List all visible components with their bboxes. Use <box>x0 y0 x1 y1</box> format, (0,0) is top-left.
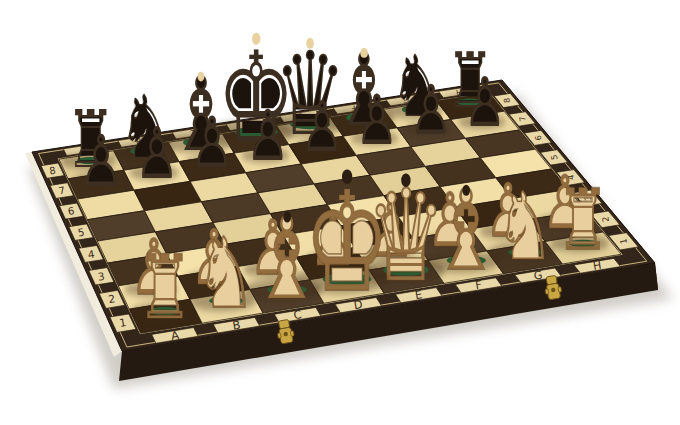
chess-board: 1122334455667788AABBCCDDEEFFGGHH <box>0 0 680 425</box>
wooden-chess-set-photo: 1122334455667788AABBCCDDEEFFGGHH ♜♖♞♘♝♗♚… <box>0 0 680 425</box>
